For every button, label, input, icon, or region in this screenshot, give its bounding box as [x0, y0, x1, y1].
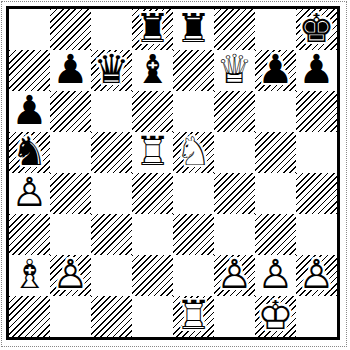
piece-black-queen: ♛♛: [91, 50, 132, 91]
square-e1[interactable]: ♜♖: [173, 296, 214, 337]
square-b8[interactable]: [50, 9, 91, 50]
square-a2[interactable]: ♝♗: [9, 255, 50, 296]
square-h1[interactable]: [296, 296, 337, 337]
piece-white-pawn: ♟♙: [255, 255, 296, 296]
square-e4[interactable]: [173, 173, 214, 214]
piece-white-rook: ♜♖: [173, 296, 214, 337]
square-a5[interactable]: ♞♞: [9, 132, 50, 173]
piece-white-knight: ♞♘: [173, 132, 214, 173]
square-f5[interactable]: [214, 132, 255, 173]
square-a4[interactable]: ♟♙: [9, 173, 50, 214]
square-g2[interactable]: ♟♙: [255, 255, 296, 296]
piece-black-pawn: ♟♟: [296, 50, 337, 91]
square-d3[interactable]: [132, 214, 173, 255]
square-d7[interactable]: ♝♝: [132, 50, 173, 91]
square-e6[interactable]: [173, 91, 214, 132]
square-e3[interactable]: [173, 214, 214, 255]
piece-white-rook: ♜♖: [132, 132, 173, 173]
square-h3[interactable]: [296, 214, 337, 255]
square-e5[interactable]: ♞♘: [173, 132, 214, 173]
square-h6[interactable]: [296, 91, 337, 132]
square-e7[interactable]: [173, 50, 214, 91]
square-b5[interactable]: [50, 132, 91, 173]
square-g3[interactable]: [255, 214, 296, 255]
square-c4[interactable]: [91, 173, 132, 214]
piece-black-rook: ♜♜: [132, 9, 173, 50]
piece-black-knight: ♞♞: [9, 132, 50, 173]
square-e8[interactable]: ♜♜: [173, 9, 214, 50]
piece-white-pawn: ♟♙: [50, 255, 91, 296]
square-d1[interactable]: [132, 296, 173, 337]
piece-white-bishop: ♝♗: [9, 255, 50, 296]
piece-white-king: ♚♔: [255, 296, 296, 337]
square-c2[interactable]: [91, 255, 132, 296]
square-g5[interactable]: [255, 132, 296, 173]
square-g8[interactable]: [255, 9, 296, 50]
piece-black-pawn: ♟♟: [255, 50, 296, 91]
square-f6[interactable]: [214, 91, 255, 132]
square-a6[interactable]: ♟♟: [9, 91, 50, 132]
square-f2[interactable]: ♟♙: [214, 255, 255, 296]
square-b2[interactable]: ♟♙: [50, 255, 91, 296]
square-f8[interactable]: [214, 9, 255, 50]
square-d4[interactable]: [132, 173, 173, 214]
square-b3[interactable]: [50, 214, 91, 255]
square-f1[interactable]: [214, 296, 255, 337]
square-e2[interactable]: [173, 255, 214, 296]
square-d6[interactable]: [132, 91, 173, 132]
square-h7[interactable]: ♟♟: [296, 50, 337, 91]
square-a8[interactable]: [9, 9, 50, 50]
square-h4[interactable]: [296, 173, 337, 214]
square-b6[interactable]: [50, 91, 91, 132]
square-f3[interactable]: [214, 214, 255, 255]
square-f7[interactable]: ♛♕: [214, 50, 255, 91]
square-a7[interactable]: [9, 50, 50, 91]
square-d5[interactable]: ♜♖: [132, 132, 173, 173]
chessboard: ♜♜♜♜♚♚♟♟♛♛♝♝♛♕♟♟♟♟♟♟♞♞♜♖♞♘♟♙♝♗♟♙♟♙♟♙♟♙♜♖…: [6, 6, 340, 340]
square-c8[interactable]: [91, 9, 132, 50]
piece-white-pawn: ♟♙: [214, 255, 255, 296]
square-a1[interactable]: [9, 296, 50, 337]
square-c5[interactable]: [91, 132, 132, 173]
piece-white-queen: ♛♕: [214, 50, 255, 91]
square-b4[interactable]: [50, 173, 91, 214]
piece-black-rook: ♜♜: [173, 9, 214, 50]
square-h5[interactable]: [296, 132, 337, 173]
square-c1[interactable]: [91, 296, 132, 337]
square-c3[interactable]: [91, 214, 132, 255]
piece-white-pawn: ♟♙: [9, 173, 50, 214]
square-a3[interactable]: [9, 214, 50, 255]
piece-black-bishop: ♝♝: [132, 50, 173, 91]
square-b1[interactable]: [50, 296, 91, 337]
square-f4[interactable]: [214, 173, 255, 214]
square-d8[interactable]: ♜♜: [132, 9, 173, 50]
square-h8[interactable]: ♚♚: [296, 9, 337, 50]
piece-black-pawn: ♟♟: [9, 91, 50, 132]
square-b7[interactable]: ♟♟: [50, 50, 91, 91]
square-g1[interactable]: ♚♔: [255, 296, 296, 337]
piece-black-king: ♚♚: [296, 9, 337, 50]
square-g7[interactable]: ♟♟: [255, 50, 296, 91]
square-c6[interactable]: [91, 91, 132, 132]
square-h2[interactable]: ♟♙: [296, 255, 337, 296]
piece-black-pawn: ♟♟: [50, 50, 91, 91]
square-d2[interactable]: [132, 255, 173, 296]
square-g4[interactable]: [255, 173, 296, 214]
square-c7[interactable]: ♛♛: [91, 50, 132, 91]
square-g6[interactable]: [255, 91, 296, 132]
piece-white-pawn: ♟♙: [296, 255, 337, 296]
